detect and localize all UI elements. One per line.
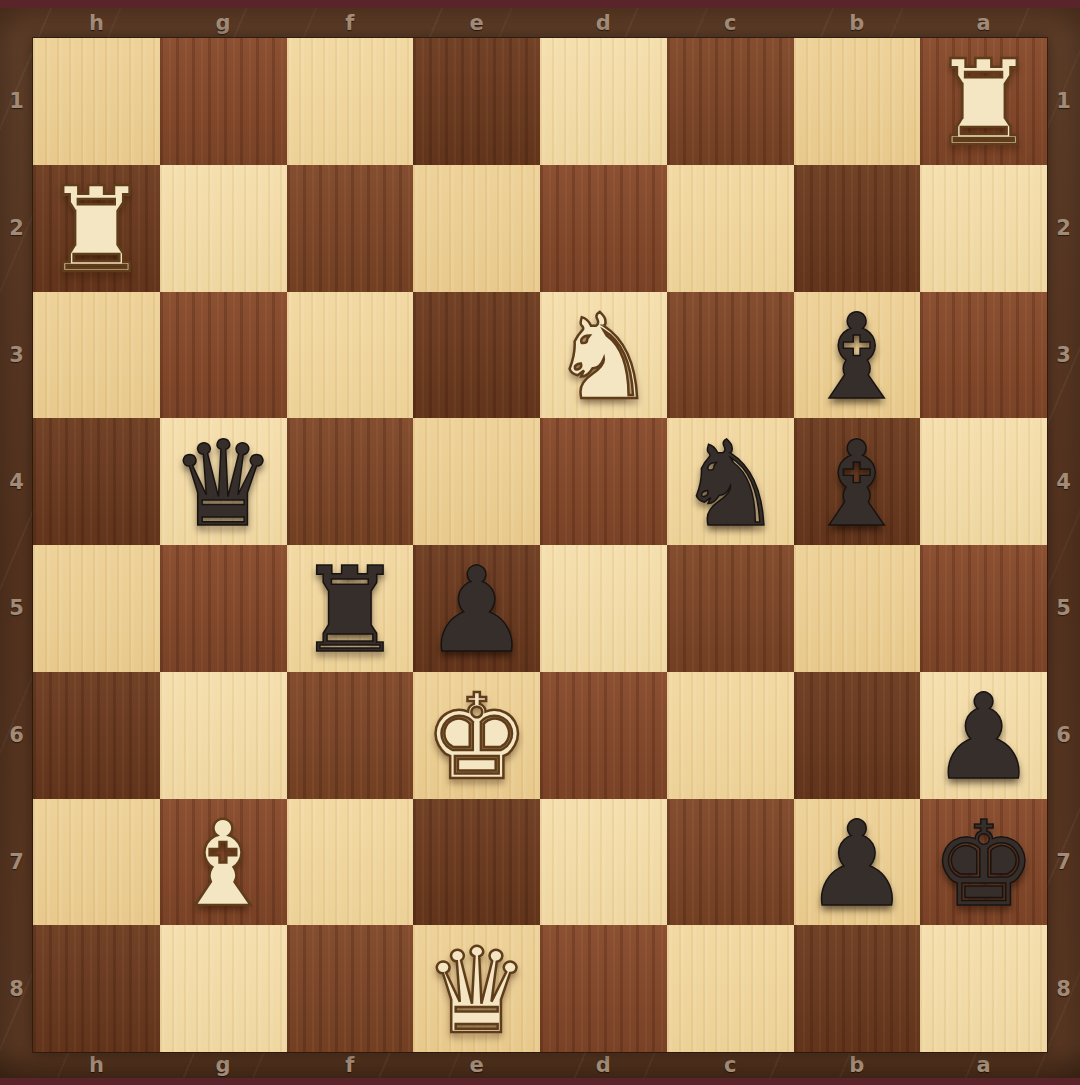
- square-g3[interactable]: [160, 292, 287, 419]
- square-b3[interactable]: ♝: [794, 292, 921, 419]
- square-g4[interactable]: ♛: [160, 418, 287, 545]
- square-f3[interactable]: [287, 292, 414, 419]
- square-a2[interactable]: [920, 165, 1047, 292]
- piece-black-pawn-a6[interactable]: ♟: [931, 678, 1037, 796]
- square-h3[interactable]: [33, 292, 160, 419]
- square-a8[interactable]: [920, 925, 1047, 1052]
- square-g8[interactable]: [160, 925, 287, 1052]
- rank-label-left-2: 2: [0, 165, 33, 292]
- square-g7[interactable]: ♝: [160, 799, 287, 926]
- square-b8[interactable]: [794, 925, 921, 1052]
- file-label-bottom-h: h: [33, 1052, 160, 1078]
- rank-label-left-1: 1: [0, 38, 33, 165]
- file-label-top-f: f: [287, 8, 414, 38]
- square-e6[interactable]: ♚: [413, 672, 540, 799]
- square-f5[interactable]: ♜: [287, 545, 414, 672]
- square-d6[interactable]: [540, 672, 667, 799]
- rank-label-right-2: 2: [1047, 165, 1080, 292]
- piece-white-bishop-g7[interactable]: ♝: [170, 805, 276, 923]
- square-d5[interactable]: [540, 545, 667, 672]
- square-c4[interactable]: ♞: [667, 418, 794, 545]
- square-d3[interactable]: ♞: [540, 292, 667, 419]
- square-d2[interactable]: [540, 165, 667, 292]
- piece-white-rook-h2[interactable]: ♜: [43, 171, 149, 289]
- square-a5[interactable]: [920, 545, 1047, 672]
- file-label-top-b: b: [794, 8, 921, 38]
- piece-black-pawn-b7[interactable]: ♟: [804, 805, 910, 923]
- file-label-top-g: g: [160, 8, 287, 38]
- square-h5[interactable]: [33, 545, 160, 672]
- square-h2[interactable]: ♜: [33, 165, 160, 292]
- piece-black-bishop-b3[interactable]: ♝: [804, 298, 910, 416]
- square-b6[interactable]: [794, 672, 921, 799]
- rank-label-right-1: 1: [1047, 38, 1080, 165]
- rank-label-left-8: 8: [0, 925, 33, 1052]
- piece-white-knight-d3[interactable]: ♞: [550, 298, 656, 416]
- rank-label-right-4: 4: [1047, 418, 1080, 545]
- square-c7[interactable]: [667, 799, 794, 926]
- file-label-top-h: h: [33, 8, 160, 38]
- rank-label-left-6: 6: [0, 672, 33, 799]
- rank-label-right-6: 6: [1047, 672, 1080, 799]
- piece-black-queen-g4[interactable]: ♛: [170, 425, 276, 543]
- square-g5[interactable]: [160, 545, 287, 672]
- square-g2[interactable]: [160, 165, 287, 292]
- chess-board: ♜♜♞♝♛♞♝♜♟♚♟♝♟♚♛: [33, 38, 1047, 1052]
- piece-black-bishop-b4[interactable]: ♝: [804, 425, 910, 543]
- square-a4[interactable]: [920, 418, 1047, 545]
- piece-black-rook-f5[interactable]: ♜: [297, 551, 403, 669]
- square-c8[interactable]: [667, 925, 794, 1052]
- square-d1[interactable]: [540, 38, 667, 165]
- square-h8[interactable]: [33, 925, 160, 1052]
- square-d4[interactable]: [540, 418, 667, 545]
- square-a6[interactable]: ♟: [920, 672, 1047, 799]
- square-h6[interactable]: [33, 672, 160, 799]
- square-h4[interactable]: [33, 418, 160, 545]
- square-e3[interactable]: [413, 292, 540, 419]
- rank-label-right-7: 7: [1047, 799, 1080, 926]
- square-f2[interactable]: [287, 165, 414, 292]
- file-labels-top: hgfedcba: [33, 8, 1047, 38]
- square-b4[interactable]: ♝: [794, 418, 921, 545]
- file-label-bottom-a: a: [920, 1052, 1047, 1078]
- square-e7[interactable]: [413, 799, 540, 926]
- square-b5[interactable]: [794, 545, 921, 672]
- piece-black-king-a7[interactable]: ♚: [931, 805, 1037, 923]
- file-label-top-e: e: [413, 8, 540, 38]
- square-a7[interactable]: ♚: [920, 799, 1047, 926]
- square-c3[interactable]: [667, 292, 794, 419]
- rank-label-left-4: 4: [0, 418, 33, 545]
- square-e5[interactable]: ♟: [413, 545, 540, 672]
- square-e2[interactable]: [413, 165, 540, 292]
- piece-white-king-e6[interactable]: ♚: [424, 678, 530, 796]
- rank-label-left-3: 3: [0, 292, 33, 419]
- file-labels-bottom: hgfedcba: [33, 1052, 1047, 1078]
- piece-black-pawn-e5[interactable]: ♟: [424, 551, 530, 669]
- square-c5[interactable]: [667, 545, 794, 672]
- square-h7[interactable]: [33, 799, 160, 926]
- square-e4[interactable]: [413, 418, 540, 545]
- file-label-bottom-c: c: [667, 1052, 794, 1078]
- square-g1[interactable]: [160, 38, 287, 165]
- square-c1[interactable]: [667, 38, 794, 165]
- piece-black-knight-c4[interactable]: ♞: [677, 425, 783, 543]
- square-g6[interactable]: [160, 672, 287, 799]
- rank-label-right-8: 8: [1047, 925, 1080, 1052]
- square-e1[interactable]: [413, 38, 540, 165]
- square-b7[interactable]: ♟: [794, 799, 921, 926]
- file-label-bottom-g: g: [160, 1052, 287, 1078]
- rank-label-left-5: 5: [0, 545, 33, 672]
- rank-labels-right: 12345678: [1047, 38, 1080, 1052]
- square-a1[interactable]: ♜: [920, 38, 1047, 165]
- square-d7[interactable]: [540, 799, 667, 926]
- rank-label-left-7: 7: [0, 799, 33, 926]
- square-b1[interactable]: [794, 38, 921, 165]
- square-f6[interactable]: [287, 672, 414, 799]
- piece-white-queen-e8[interactable]: ♛: [424, 932, 530, 1050]
- rank-labels-left: 12345678: [0, 38, 33, 1052]
- chess-app: hgfedcba hgfedcba 12345678 12345678 ♜♜♞♝…: [0, 0, 1080, 1085]
- square-e8[interactable]: ♛: [413, 925, 540, 1052]
- rank-label-right-3: 3: [1047, 292, 1080, 419]
- square-d8[interactable]: [540, 925, 667, 1052]
- file-label-bottom-f: f: [287, 1052, 414, 1078]
- rank-label-right-5: 5: [1047, 545, 1080, 672]
- square-f1[interactable]: [287, 38, 414, 165]
- file-label-top-c: c: [667, 8, 794, 38]
- square-f7[interactable]: [287, 799, 414, 926]
- square-f4[interactable]: [287, 418, 414, 545]
- file-label-bottom-b: b: [794, 1052, 921, 1078]
- file-label-bottom-d: d: [540, 1052, 667, 1078]
- square-h1[interactable]: [33, 38, 160, 165]
- file-label-top-d: d: [540, 8, 667, 38]
- piece-white-rook-a1[interactable]: ♜: [931, 44, 1037, 162]
- square-c2[interactable]: [667, 165, 794, 292]
- square-b2[interactable]: [794, 165, 921, 292]
- square-f8[interactable]: [287, 925, 414, 1052]
- square-c6[interactable]: [667, 672, 794, 799]
- square-a3[interactable]: [920, 292, 1047, 419]
